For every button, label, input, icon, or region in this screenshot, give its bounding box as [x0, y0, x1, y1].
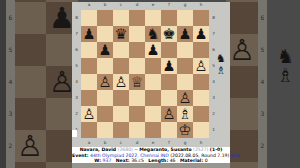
white-player-rating: (2680)	[118, 147, 133, 152]
background-white-pawn: ♙	[17, 130, 43, 162]
coord-label: d	[129, 140, 145, 146]
board-square-f3[interactable]	[161, 90, 177, 106]
white-pawn: ♙	[195, 58, 208, 74]
background-square-a4	[14, 66, 46, 98]
players-line: Navara, David (2680) -- Megaranto, Susan…	[72, 147, 230, 152]
white-pawn: ♙	[163, 106, 176, 122]
board-square-h2[interactable]	[193, 106, 209, 122]
white-pawn: ♙	[99, 74, 112, 90]
background-square-h5: ♙	[226, 34, 258, 66]
board-square-c7[interactable]: ♛	[113, 26, 129, 42]
coord-label: 8	[73, 10, 80, 26]
coord-label: 2	[73, 106, 80, 122]
board-square-e1[interactable]	[145, 122, 161, 138]
board-square-c5[interactable]	[113, 58, 129, 74]
background-rank-label: 4	[258, 78, 267, 85]
board-square-c8[interactable]	[113, 10, 129, 26]
black-player-name: Megaranto, Susanto	[139, 147, 191, 152]
chess-board: ♟♛♞♚♟♟♟♟♟♙♙♙♕♙♙♙♗♔	[81, 10, 209, 138]
white-pawn: ♙	[115, 74, 128, 90]
coord-label: d	[129, 2, 145, 8]
coord-label: 1	[210, 122, 217, 138]
coord-label: 4	[73, 74, 80, 90]
background-rank-label: 2	[6, 142, 15, 149]
board-square-e8[interactable]	[145, 10, 161, 26]
white-king: ♔	[179, 122, 192, 138]
next-label: Next:	[116, 158, 130, 163]
board-square-c3[interactable]	[113, 90, 129, 106]
coord-label: g	[177, 140, 193, 146]
background-square-h7: ♟	[226, 0, 258, 2]
board-square-d5[interactable]	[129, 58, 145, 74]
coord-label: 2	[210, 106, 217, 122]
board-square-a8[interactable]	[81, 10, 97, 26]
black-pawn: ♟	[147, 42, 160, 58]
board-square-b8[interactable]	[97, 10, 113, 26]
background-board-left: ♟♟♙♙	[14, 0, 78, 168]
board-square-g7[interactable]: ♟	[177, 26, 193, 42]
background-black-pawn: ♟	[229, 0, 255, 2]
captured-bishop-icon: ♗	[216, 65, 226, 77]
black-knight: ♞	[147, 26, 160, 42]
background-right-margin: 65432	[258, 0, 267, 168]
board-square-a6[interactable]	[81, 42, 97, 58]
board-square-g1[interactable]: ♔	[177, 122, 193, 138]
frame-notch	[72, 130, 77, 137]
board-square-d1[interactable]	[129, 122, 145, 138]
background-square-h1	[226, 162, 258, 168]
background-square-h3	[226, 98, 258, 130]
length-value: 46	[170, 158, 176, 163]
to-move-label: W:	[94, 158, 101, 163]
coord-label: e	[145, 2, 161, 8]
board-square-g6[interactable]	[177, 42, 193, 58]
background-board-right: ♟♙	[226, 0, 258, 168]
board-square-g4[interactable]	[177, 74, 193, 90]
black-queen: ♛	[115, 26, 128, 42]
coord-label: a	[81, 140, 97, 146]
board-square-f8[interactable]	[161, 10, 177, 26]
board-square-e6[interactable]: ♟	[145, 42, 161, 58]
board-square-h6[interactable]	[193, 42, 209, 58]
background-square-a6	[14, 2, 46, 34]
board-square-e5[interactable]	[145, 58, 161, 74]
event-label: Event:	[72, 153, 89, 158]
status-line: W: 937 Next: 36.c5 Length: 46 Material: …	[72, 158, 230, 163]
board-square-b7[interactable]	[97, 26, 113, 42]
board-square-h8[interactable]	[193, 10, 209, 26]
video-frame: ♟♟♙♙ ♟♙ 65432 65432 ♞ ♗ abcdefgh abcdefg…	[0, 0, 300, 168]
board-square-f4[interactable]	[161, 74, 177, 90]
board-square-d2[interactable]	[129, 106, 145, 122]
board-square-h4[interactable]	[193, 74, 209, 90]
background-rank-label: 5	[6, 46, 15, 53]
black-pawn: ♟	[179, 26, 192, 42]
black-pawn: ♟	[163, 58, 176, 74]
coord-label: c	[113, 2, 129, 8]
board-square-e7[interactable]: ♞	[145, 26, 161, 42]
board-square-a4[interactable]	[81, 74, 97, 90]
background-white-pawn: ♙	[229, 34, 255, 66]
board-square-a5[interactable]	[81, 58, 97, 74]
white-pawn: ♙	[83, 106, 96, 122]
background-rank-label: 5	[258, 46, 267, 53]
board-frame: abcdefgh abcdefgh 87654321 87654321 ♟♛♞♚…	[72, 2, 230, 147]
board-square-g5[interactable]	[177, 58, 193, 74]
next-move: 36.c5	[131, 158, 144, 163]
board-square-b2[interactable]	[97, 106, 113, 122]
background-rank-label: 6	[258, 14, 267, 21]
white-player-name: Navara, David	[80, 147, 117, 152]
board-square-h7[interactable]: ♟	[193, 26, 209, 42]
board-square-d3[interactable]	[129, 90, 145, 106]
eco-code[interactable]: B90	[231, 153, 240, 158]
background-left-margin: 65432	[6, 0, 15, 168]
board-square-a3[interactable]	[81, 90, 97, 106]
coord-label: b	[97, 140, 113, 146]
board-square-a7[interactable]: ♟	[81, 26, 97, 42]
game-result: (1-0)	[210, 147, 223, 152]
background-square-a5	[14, 34, 46, 66]
event-details: (2022.08.05, Round 7.19)	[170, 153, 229, 158]
background-rank-label: 4	[6, 78, 15, 85]
white-queen: ♕	[131, 74, 144, 90]
event-line: Event: 44th Olympiad 2022, Chennai IND (…	[72, 153, 230, 158]
board-square-b4[interactable]: ♙	[97, 74, 113, 90]
material-label: Material:	[180, 158, 203, 163]
board-square-f2[interactable]: ♙	[161, 106, 177, 122]
board-square-d6[interactable]	[129, 42, 145, 58]
coord-label: 7	[73, 26, 80, 42]
board-square-a1[interactable]	[81, 122, 97, 138]
background-square-h6	[226, 2, 258, 34]
file-labels-top: abcdefgh	[81, 2, 209, 8]
coord-label: c	[113, 140, 129, 146]
diagram-pane: abcdefgh abcdefgh 87654321 87654321 ♟♛♞♚…	[72, 0, 230, 168]
white-bishop: ♗	[179, 106, 192, 122]
coord-label: h	[193, 2, 209, 8]
black-pawn: ♟	[99, 42, 112, 58]
rank-labels-left: 87654321	[73, 10, 80, 138]
board-square-a2[interactable]: ♙	[81, 106, 97, 122]
board-square-b6[interactable]: ♟	[97, 42, 113, 58]
coord-label: 6	[73, 42, 80, 58]
board-square-c1[interactable]	[113, 122, 129, 138]
board-square-h5[interactable]: ♙	[193, 58, 209, 74]
board-square-g8[interactable]	[177, 10, 193, 26]
length-label: Length:	[148, 158, 168, 163]
white-pawn: ♙	[179, 90, 192, 106]
coord-label: f	[161, 2, 177, 8]
players-separator: --	[134, 147, 137, 152]
board-square-e3[interactable]	[145, 90, 161, 106]
background-square-a3	[14, 98, 46, 130]
coord-label: 3	[210, 90, 217, 106]
board-square-f7[interactable]: ♚	[161, 26, 177, 42]
coord-label: a	[81, 2, 97, 8]
black-player-rating: (2527)	[193, 147, 208, 152]
board-square-d8[interactable]	[129, 10, 145, 26]
black-pawn: ♟	[83, 26, 96, 42]
event-name[interactable]: 44th Olympiad 2022, Chennai IND	[90, 153, 169, 158]
coord-label: h	[193, 140, 209, 146]
background-rank-label: 3	[258, 110, 267, 117]
captured-knight-icon-bg: ♞	[277, 46, 294, 66]
material-value: 0	[205, 158, 208, 163]
background-rank-label: 3	[6, 110, 15, 117]
board-square-c2[interactable]	[113, 106, 129, 122]
board-square-h3[interactable]	[193, 90, 209, 106]
coord-label: 7	[210, 26, 217, 42]
coord-label: 5	[73, 58, 80, 74]
eval-value: 937	[103, 158, 112, 163]
board-square-c4[interactable]: ♙	[113, 74, 129, 90]
board-square-b5[interactable]	[97, 58, 113, 74]
board-square-g2[interactable]: ♗	[177, 106, 193, 122]
captured-bishop-icon-bg: ♗	[277, 65, 294, 85]
coord-label: g	[177, 2, 193, 8]
coord-label: f	[161, 140, 177, 146]
board-square-d7[interactable]	[129, 26, 145, 42]
coord-label: b	[97, 2, 113, 8]
game-caption: Navara, David (2680) -- Megaranto, Susan…	[72, 147, 230, 163]
board-square-f5[interactable]: ♟	[161, 58, 177, 74]
caption-bottom-strip	[72, 163, 230, 168]
board-square-g3[interactable]: ♙	[177, 90, 193, 106]
board-square-b1[interactable]	[97, 122, 113, 138]
board-square-f6[interactable]	[161, 42, 177, 58]
board-square-e2[interactable]	[145, 106, 161, 122]
background-black-pawn: ♟	[17, 0, 43, 2]
background-right-panel: ♞ ♗	[272, 0, 300, 168]
board-square-h1[interactable]	[193, 122, 209, 138]
board-square-d4[interactable]: ♕	[129, 74, 145, 90]
background-rank-label: 2	[258, 142, 267, 149]
background-square-a2: ♙	[14, 130, 46, 162]
background-square-h4	[226, 66, 258, 98]
coord-label: 8	[210, 10, 217, 26]
board-square-b3[interactable]	[97, 90, 113, 106]
background-rank-label: 6	[6, 14, 15, 21]
background-square-a7: ♟	[14, 0, 46, 2]
file-labels-bottom: abcdefgh	[81, 140, 209, 146]
board-square-f1[interactable]	[161, 122, 177, 138]
board-square-e4[interactable]	[145, 74, 161, 90]
board-square-c6[interactable]	[113, 42, 129, 58]
black-pawn: ♟	[195, 26, 208, 42]
coord-label: e	[145, 140, 161, 146]
coord-label: 3	[73, 90, 80, 106]
black-king: ♚	[163, 26, 176, 42]
